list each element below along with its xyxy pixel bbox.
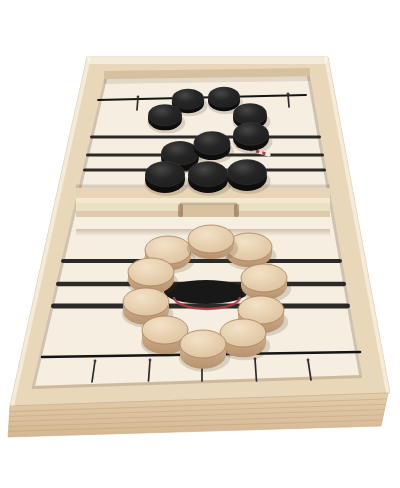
product-photo: [0, 0, 400, 488]
goal-slot: [178, 203, 239, 218]
sling-puck-board: [0, 0, 400, 488]
wood-puck-10: [179, 330, 231, 372]
